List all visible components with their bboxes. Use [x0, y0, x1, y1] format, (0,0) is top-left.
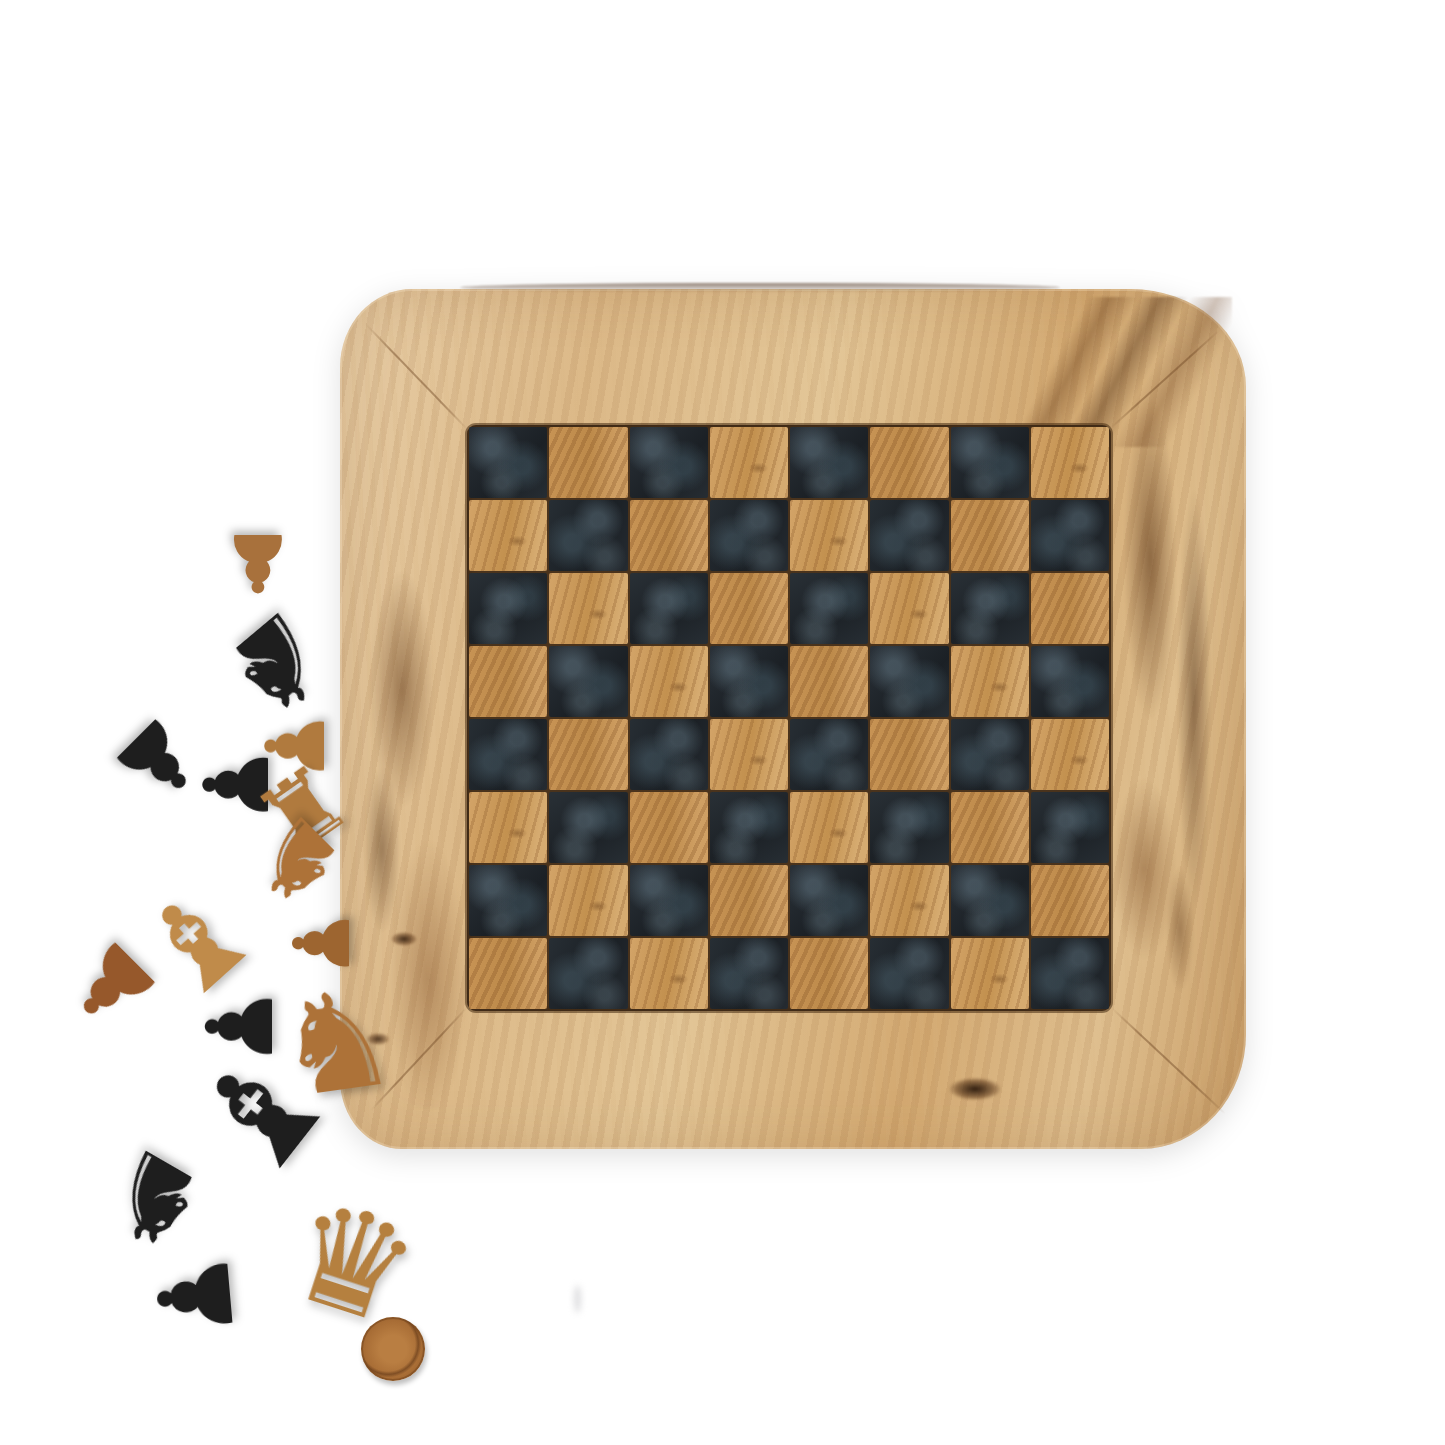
square-a1	[469, 938, 547, 1009]
square-f7	[870, 500, 948, 571]
square-g3	[951, 792, 1029, 863]
square-h4	[1031, 719, 1109, 790]
board-back-edge	[460, 283, 1060, 292]
wood-knot-bottom	[925, 1067, 1025, 1111]
square-g4	[951, 719, 1029, 790]
square-f1	[870, 938, 948, 1009]
square-c6	[630, 573, 708, 644]
square-e1	[790, 938, 868, 1009]
square-g5	[951, 646, 1029, 717]
chess-board	[340, 289, 1246, 1149]
square-c8	[630, 427, 708, 498]
frame-miter-bottom-right	[1111, 1007, 1226, 1115]
shadow-smudge	[574, 1285, 581, 1313]
playing-area	[467, 425, 1111, 1011]
square-c1	[630, 938, 708, 1009]
square-b2	[549, 865, 627, 936]
square-f6	[870, 573, 948, 644]
square-a4	[469, 719, 547, 790]
square-c3	[630, 792, 708, 863]
square-f4	[870, 719, 948, 790]
square-a8	[469, 427, 547, 498]
square-e8	[790, 427, 868, 498]
square-c2	[630, 865, 708, 936]
square-g7	[951, 500, 1029, 571]
square-a2	[469, 865, 547, 936]
square-h3	[1031, 792, 1109, 863]
square-d4	[710, 719, 788, 790]
square-h2	[1031, 865, 1109, 936]
square-b7	[549, 500, 627, 571]
square-f2	[870, 865, 948, 936]
square-d8	[710, 427, 788, 498]
square-f8	[870, 427, 948, 498]
square-g2	[951, 865, 1029, 936]
square-g1	[951, 938, 1029, 1009]
square-h5	[1031, 646, 1109, 717]
square-h8	[1031, 427, 1109, 498]
square-f5	[870, 646, 948, 717]
square-a5	[469, 646, 547, 717]
frame-miter-top-left	[365, 323, 469, 431]
square-e6	[790, 573, 868, 644]
frame-miter-top-right	[1109, 330, 1220, 431]
square-e7	[790, 500, 868, 571]
square-c5	[630, 646, 708, 717]
square-a6	[469, 573, 547, 644]
square-a3	[469, 792, 547, 863]
photo-canvas: ♟♞♟♟♟♜♞♟♝♟♞♟♝♞♟♛	[0, 0, 1445, 1445]
offboard-piece-base-wood	[361, 1317, 425, 1381]
square-d2	[710, 865, 788, 936]
square-e2	[790, 865, 868, 936]
square-e3	[790, 792, 868, 863]
square-g6	[951, 573, 1029, 644]
square-a7	[469, 500, 547, 571]
square-b6	[549, 573, 627, 644]
square-d7	[710, 500, 788, 571]
square-b3	[549, 792, 627, 863]
square-d6	[710, 573, 788, 644]
square-d5	[710, 646, 788, 717]
square-c4	[630, 719, 708, 790]
square-f3	[870, 792, 948, 863]
square-b1	[549, 938, 627, 1009]
square-c7	[630, 500, 708, 571]
square-e4	[790, 719, 868, 790]
square-h7	[1031, 500, 1109, 571]
square-d1	[710, 938, 788, 1009]
square-h6	[1031, 573, 1109, 644]
square-b8	[549, 427, 627, 498]
square-h1	[1031, 938, 1109, 1009]
square-b4	[549, 719, 627, 790]
square-d3	[710, 792, 788, 863]
offboard-wood-pawn-icon: ♟	[283, 908, 361, 978]
square-e5	[790, 646, 868, 717]
square-b5	[549, 646, 627, 717]
offboard-black-pawn-icon: ♟	[142, 1247, 249, 1345]
square-g8	[951, 427, 1029, 498]
